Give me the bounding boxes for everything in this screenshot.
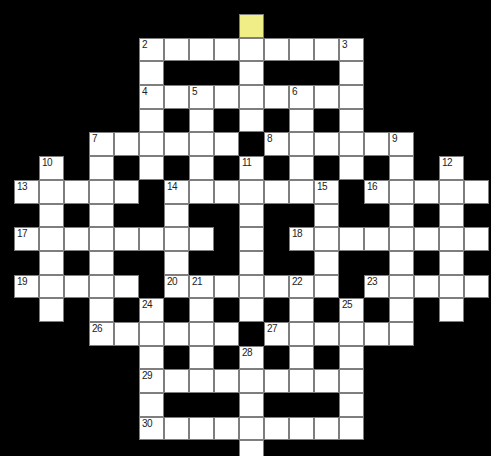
clue-number-9: 9 xyxy=(392,133,397,145)
cell-r4c11[interactable] xyxy=(289,109,314,133)
cell-r0c5 xyxy=(139,14,164,38)
cell-r3c13[interactable] xyxy=(339,85,364,109)
cell-r15c17 xyxy=(439,369,464,393)
cell-r16c14 xyxy=(364,393,389,417)
cell-r17c11[interactable] xyxy=(289,417,314,441)
cell-r1c11[interactable] xyxy=(289,38,314,62)
cell-r8c17[interactable] xyxy=(439,204,464,228)
cell-r3c11[interactable]: 6 xyxy=(289,85,314,109)
cell-r7c8[interactable] xyxy=(214,180,239,204)
clue-number-25: 25 xyxy=(342,299,352,311)
cell-r16c17 xyxy=(439,393,464,417)
cell-r1c14 xyxy=(364,38,389,62)
cell-r9c16[interactable] xyxy=(414,227,439,251)
cell-r4c6 xyxy=(164,109,189,133)
cell-r8c3[interactable] xyxy=(89,204,114,228)
cell-r16c5[interactable] xyxy=(139,393,164,417)
cell-r4c5[interactable] xyxy=(139,109,164,133)
cell-r11c11[interactable]: 22 xyxy=(289,275,314,299)
cell-r16c13[interactable] xyxy=(339,393,364,417)
cell-r17c16 xyxy=(414,417,439,441)
cell-r16c10 xyxy=(264,393,289,417)
cell-r9c14[interactable] xyxy=(364,227,389,251)
cell-r9c2[interactable] xyxy=(64,227,89,251)
cell-r3c0 xyxy=(14,85,39,109)
cell-r13c4[interactable] xyxy=(114,322,139,346)
cell-r0c17 xyxy=(439,14,464,38)
cell-r11c15[interactable] xyxy=(389,275,414,299)
cell-r9c13[interactable] xyxy=(339,227,364,251)
cell-r6c12 xyxy=(314,156,339,180)
cell-r9c1[interactable] xyxy=(39,227,64,251)
cell-r1c10[interactable] xyxy=(264,38,289,62)
cell-r3c8[interactable] xyxy=(214,85,239,109)
clue-number-13: 13 xyxy=(17,181,27,193)
cell-r5c6[interactable] xyxy=(164,132,189,156)
cell-r3c1 xyxy=(39,85,64,109)
cell-r14c0 xyxy=(14,346,39,370)
cell-r13c5[interactable] xyxy=(139,322,164,346)
cell-r6c9[interactable]: 11 xyxy=(239,156,264,180)
cell-r12c7[interactable] xyxy=(189,298,214,322)
cell-r12c9[interactable] xyxy=(239,298,264,322)
cell-r9c11[interactable]: 18 xyxy=(289,227,314,251)
cell-r6c17[interactable]: 12 xyxy=(439,156,464,180)
cell-r4c12 xyxy=(314,109,339,133)
cell-r5c10[interactable]: 8 xyxy=(264,132,289,156)
cell-r9c9[interactable] xyxy=(239,227,264,251)
cell-r7c4[interactable] xyxy=(114,180,139,204)
cell-r7c16[interactable] xyxy=(414,180,439,204)
cell-r1c6[interactable] xyxy=(164,38,189,62)
cell-r6c3[interactable] xyxy=(89,156,114,180)
cell-r18c7 xyxy=(189,440,214,456)
cell-r18c4 xyxy=(114,440,139,456)
cell-r10c6[interactable] xyxy=(164,251,189,275)
cell-r10c15[interactable] xyxy=(389,251,414,275)
cell-r7c2[interactable] xyxy=(64,180,89,204)
cell-r9c0[interactable]: 17 xyxy=(14,227,39,251)
cell-r2c8 xyxy=(214,61,239,85)
cell-r11c9[interactable] xyxy=(239,275,264,299)
cell-r15c7[interactable] xyxy=(189,369,214,393)
cell-r13c13[interactable] xyxy=(339,322,364,346)
cell-r8c10 xyxy=(264,204,289,228)
cell-r18c0 xyxy=(14,440,39,456)
cell-r1c13[interactable]: 3 xyxy=(339,38,364,62)
cell-r13c14[interactable] xyxy=(364,322,389,346)
cell-r1c2 xyxy=(64,38,89,62)
cell-r10c12[interactable] xyxy=(314,251,339,275)
cell-r5c12[interactable] xyxy=(314,132,339,156)
cell-r7c0[interactable]: 13 xyxy=(14,180,39,204)
cell-r2c11 xyxy=(289,61,314,85)
cell-r18c9[interactable] xyxy=(239,440,264,456)
cell-r15c12[interactable] xyxy=(314,369,339,393)
cell-r5c0 xyxy=(14,132,39,156)
cell-r8c4 xyxy=(114,204,139,228)
cell-r6c10 xyxy=(264,156,289,180)
cell-r16c9[interactable] xyxy=(239,393,264,417)
cell-r17c5[interactable]: 30 xyxy=(139,417,164,441)
cell-r14c15 xyxy=(389,346,414,370)
cell-r5c8[interactable] xyxy=(214,132,239,156)
cell-r0c16 xyxy=(414,14,439,38)
cell-r14c5[interactable] xyxy=(139,346,164,370)
cell-r18c18 xyxy=(464,440,489,456)
cell-r7c3[interactable] xyxy=(89,180,114,204)
cell-r3c9[interactable] xyxy=(239,85,264,109)
cell-r2c9[interactable] xyxy=(239,61,264,85)
cell-r11c2[interactable] xyxy=(64,275,89,299)
cell-r14c18 xyxy=(464,346,489,370)
cell-r3c4 xyxy=(114,85,139,109)
cell-r17c4 xyxy=(114,417,139,441)
cell-r9c7[interactable] xyxy=(189,227,214,251)
cell-r17c6[interactable] xyxy=(164,417,189,441)
cell-r7c6[interactable]: 14 xyxy=(164,180,189,204)
cell-r11c0[interactable]: 19 xyxy=(14,275,39,299)
clue-number-7: 7 xyxy=(92,133,97,145)
cell-r11c18[interactable] xyxy=(464,275,489,299)
cell-r9c18[interactable] xyxy=(464,227,489,251)
cell-r14c4 xyxy=(114,346,139,370)
cell-r17c0 xyxy=(14,417,39,441)
cell-r17c14 xyxy=(364,417,389,441)
cell-r6c13[interactable] xyxy=(339,156,364,180)
cell-r0c11 xyxy=(289,14,314,38)
cell-r15c8[interactable] xyxy=(214,369,239,393)
cell-r5c9 xyxy=(239,132,264,156)
cell-r1c0 xyxy=(14,38,39,62)
cell-r14c2 xyxy=(64,346,89,370)
cell-r3c17 xyxy=(439,85,464,109)
cell-r12c18 xyxy=(464,298,489,322)
cell-r6c14 xyxy=(364,156,389,180)
cell-r11c4[interactable] xyxy=(114,275,139,299)
cell-r7c10[interactable] xyxy=(264,180,289,204)
cell-r14c17 xyxy=(439,346,464,370)
cell-r17c10[interactable] xyxy=(264,417,289,441)
clue-number-22: 22 xyxy=(292,276,302,288)
cell-r3c7[interactable]: 5 xyxy=(189,85,214,109)
cell-r15c4 xyxy=(114,369,139,393)
cell-r9c15[interactable] xyxy=(389,227,414,251)
cell-r16c18 xyxy=(464,393,489,417)
cell-r5c3[interactable]: 7 xyxy=(89,132,114,156)
cell-r17c3 xyxy=(89,417,114,441)
cell-r17c7[interactable] xyxy=(189,417,214,441)
cell-r9c4[interactable] xyxy=(114,227,139,251)
cell-r11c14[interactable]: 23 xyxy=(364,275,389,299)
cell-r3c6[interactable] xyxy=(164,85,189,109)
cell-r1c4 xyxy=(114,38,139,62)
clue-number-2: 2 xyxy=(142,39,147,51)
cell-r13c8[interactable] xyxy=(214,322,239,346)
cell-r5c7[interactable] xyxy=(189,132,214,156)
cell-r10c10 xyxy=(264,251,289,275)
cell-r1c9[interactable] xyxy=(239,38,264,62)
cell-r16c11 xyxy=(289,393,314,417)
cell-r8c14 xyxy=(364,204,389,228)
cell-r8c2 xyxy=(64,204,89,228)
cell-r10c2 xyxy=(64,251,89,275)
cell-r8c1[interactable] xyxy=(39,204,64,228)
cell-r18c2 xyxy=(64,440,89,456)
cell-r13c3[interactable]: 26 xyxy=(89,322,114,346)
cell-r0c6 xyxy=(164,14,189,38)
cell-r1c17 xyxy=(439,38,464,62)
cell-r9c3[interactable] xyxy=(89,227,114,251)
clue-number-29: 29 xyxy=(142,370,152,382)
cell-r4c8 xyxy=(214,109,239,133)
cell-r8c6[interactable] xyxy=(164,204,189,228)
cell-r9c12[interactable] xyxy=(314,227,339,251)
cell-r11c10[interactable] xyxy=(264,275,289,299)
crossword-grid: 2345678910111213141516171819202122232425… xyxy=(14,14,489,456)
clue-number-19: 19 xyxy=(17,276,27,288)
cell-r13c11[interactable] xyxy=(289,322,314,346)
clue-number-5: 5 xyxy=(192,86,197,98)
cell-r12c5[interactable]: 24 xyxy=(139,298,164,322)
cell-r15c11[interactable] xyxy=(289,369,314,393)
cell-r1c5[interactable]: 2 xyxy=(139,38,164,62)
cell-r8c18 xyxy=(464,204,489,228)
cell-r2c14 xyxy=(364,61,389,85)
cell-r9c8 xyxy=(214,227,239,251)
clue-number-20: 20 xyxy=(167,276,177,288)
cell-r7c1[interactable] xyxy=(39,180,64,204)
cell-r15c3 xyxy=(89,369,114,393)
cell-r4c14 xyxy=(364,109,389,133)
cell-r4c13[interactable] xyxy=(339,109,364,133)
cell-r3c2 xyxy=(64,85,89,109)
cell-r11c8[interactable] xyxy=(214,275,239,299)
cell-r3c18 xyxy=(464,85,489,109)
cell-r3c12[interactable] xyxy=(314,85,339,109)
cell-r10c1[interactable] xyxy=(39,251,64,275)
cell-r10c17[interactable] xyxy=(439,251,464,275)
clue-number-27: 27 xyxy=(267,323,277,335)
cell-r6c1[interactable]: 10 xyxy=(39,156,64,180)
cell-r12c12 xyxy=(314,298,339,322)
cell-r17c2 xyxy=(64,417,89,441)
clue-number-3: 3 xyxy=(342,39,347,51)
cell-r13c12[interactable] xyxy=(314,322,339,346)
clue-number-14: 14 xyxy=(167,181,177,193)
cell-r3c15 xyxy=(389,85,414,109)
clue-number-16: 16 xyxy=(367,181,377,193)
cell-r7c18[interactable] xyxy=(464,180,489,204)
cell-r15c1 xyxy=(39,369,64,393)
cell-r11c17[interactable] xyxy=(439,275,464,299)
cell-r7c11[interactable] xyxy=(289,180,314,204)
cell-r4c4 xyxy=(114,109,139,133)
cell-r14c9[interactable]: 28 xyxy=(239,346,264,370)
cell-r17c12[interactable] xyxy=(314,417,339,441)
clue-number-28: 28 xyxy=(242,347,252,359)
cell-r5c15[interactable]: 9 xyxy=(389,132,414,156)
cell-r0c15 xyxy=(389,14,414,38)
cell-r4c10 xyxy=(264,109,289,133)
cell-r13c10[interactable]: 27 xyxy=(264,322,289,346)
cell-r11c7[interactable]: 21 xyxy=(189,275,214,299)
cell-r1c8[interactable] xyxy=(214,38,239,62)
cell-r13c17 xyxy=(439,322,464,346)
cell-r10c8 xyxy=(214,251,239,275)
cell-r8c13 xyxy=(339,204,364,228)
cell-r0c13 xyxy=(339,14,364,38)
clue-number-21: 21 xyxy=(192,276,202,288)
cell-r2c0 xyxy=(14,61,39,85)
cell-r12c1[interactable] xyxy=(39,298,64,322)
cell-r11c16[interactable] xyxy=(414,275,439,299)
cell-r11c1[interactable] xyxy=(39,275,64,299)
cell-r2c4 xyxy=(114,61,139,85)
cell-r5c4[interactable] xyxy=(114,132,139,156)
cell-r9c5[interactable] xyxy=(139,227,164,251)
cell-r12c3[interactable] xyxy=(89,298,114,322)
cell-r6c7[interactable] xyxy=(189,156,214,180)
cell-r6c11[interactable] xyxy=(289,156,314,180)
clue-number-24: 24 xyxy=(142,299,152,311)
cell-r4c0 xyxy=(14,109,39,133)
cell-r8c12[interactable] xyxy=(314,204,339,228)
cell-r0c8 xyxy=(214,14,239,38)
cell-r6c16 xyxy=(414,156,439,180)
cell-r5c13[interactable] xyxy=(339,132,364,156)
cell-r5c5[interactable] xyxy=(139,132,164,156)
cell-r4c1 xyxy=(39,109,64,133)
cell-r1c3 xyxy=(89,38,114,62)
cell-r10c7 xyxy=(189,251,214,275)
cell-r7c7[interactable] xyxy=(189,180,214,204)
cell-r6c15[interactable] xyxy=(389,156,414,180)
cell-r10c9[interactable] xyxy=(239,251,264,275)
cell-r0c7 xyxy=(189,14,214,38)
cell-r9c10 xyxy=(264,227,289,251)
cell-r2c6 xyxy=(164,61,189,85)
cell-r6c18 xyxy=(464,156,489,180)
cell-r14c12 xyxy=(314,346,339,370)
cell-r11c5 xyxy=(139,275,164,299)
cell-r4c18 xyxy=(464,109,489,133)
cell-r2c18 xyxy=(464,61,489,85)
cell-r12c15[interactable] xyxy=(389,298,414,322)
cell-r9c17[interactable] xyxy=(439,227,464,251)
cell-r1c7[interactable] xyxy=(189,38,214,62)
cell-r14c7[interactable] xyxy=(189,346,214,370)
cell-r12c13[interactable]: 25 xyxy=(339,298,364,322)
cell-r4c7[interactable] xyxy=(189,109,214,133)
cell-r18c1 xyxy=(39,440,64,456)
cell-r11c3[interactable] xyxy=(89,275,114,299)
cell-r8c15[interactable] xyxy=(389,204,414,228)
cell-r2c5[interactable] xyxy=(139,61,164,85)
cell-r17c13[interactable] xyxy=(339,417,364,441)
cell-r8c9[interactable] xyxy=(239,204,264,228)
cell-r10c13 xyxy=(339,251,364,275)
cell-r17c8[interactable] xyxy=(214,417,239,441)
cell-r7c5 xyxy=(139,180,164,204)
cell-r10c3[interactable] xyxy=(89,251,114,275)
cell-r12c17[interactable] xyxy=(439,298,464,322)
cell-r7c15[interactable] xyxy=(389,180,414,204)
cell-r15c6[interactable] xyxy=(164,369,189,393)
cell-r13c7[interactable] xyxy=(189,322,214,346)
cell-r15c14 xyxy=(364,369,389,393)
clue-number-17: 17 xyxy=(17,228,27,240)
cell-r14c13[interactable] xyxy=(339,346,364,370)
cell-r18c13 xyxy=(339,440,364,456)
cell-r9c6[interactable] xyxy=(164,227,189,251)
cell-r14c11[interactable] xyxy=(289,346,314,370)
cell-r3c10[interactable] xyxy=(264,85,289,109)
cell-r4c9[interactable] xyxy=(239,109,264,133)
cell-r15c9[interactable] xyxy=(239,369,264,393)
cell-r16c0 xyxy=(14,393,39,417)
cell-r4c3 xyxy=(89,109,114,133)
cell-r2c7 xyxy=(189,61,214,85)
cell-r10c4 xyxy=(114,251,139,275)
cell-r18c17 xyxy=(439,440,464,456)
cell-r18c16 xyxy=(414,440,439,456)
cell-r14c1 xyxy=(39,346,64,370)
cell-r13c15[interactable] xyxy=(389,322,414,346)
cell-r7c17[interactable] xyxy=(439,180,464,204)
cell-r1c12[interactable] xyxy=(314,38,339,62)
cell-r15c10[interactable] xyxy=(264,369,289,393)
cell-r15c16 xyxy=(414,369,439,393)
cell-r6c2 xyxy=(64,156,89,180)
cell-r6c5[interactable] xyxy=(139,156,164,180)
cell-r0c3 xyxy=(89,14,114,38)
cell-r11c6[interactable]: 20 xyxy=(164,275,189,299)
cell-r0c0 xyxy=(14,14,39,38)
cell-r7c14[interactable]: 16 xyxy=(364,180,389,204)
cell-r18c8 xyxy=(214,440,239,456)
cell-r5c11[interactable] xyxy=(289,132,314,156)
cell-r10c0 xyxy=(14,251,39,275)
cell-r10c18 xyxy=(464,251,489,275)
cell-r5c14[interactable] xyxy=(364,132,389,156)
cell-r7c9[interactable] xyxy=(239,180,264,204)
cell-r15c18 xyxy=(464,369,489,393)
cell-r3c3 xyxy=(89,85,114,109)
cell-r8c7 xyxy=(189,204,214,228)
cell-r7c12[interactable]: 15 xyxy=(314,180,339,204)
cell-r17c9[interactable] xyxy=(239,417,264,441)
cell-r0c18 xyxy=(464,14,489,38)
cell-r0c2 xyxy=(64,14,89,38)
cell-r14c3 xyxy=(89,346,114,370)
cell-r15c2 xyxy=(64,369,89,393)
cell-r16c12 xyxy=(314,393,339,417)
clue-number-4: 4 xyxy=(142,86,147,98)
cell-r12c6 xyxy=(164,298,189,322)
cell-r15c13[interactable] xyxy=(339,369,364,393)
highlighted-cell[interactable] xyxy=(239,14,264,38)
cell-r4c17 xyxy=(439,109,464,133)
cell-r2c13[interactable] xyxy=(339,61,364,85)
cell-r3c5[interactable]: 4 xyxy=(139,85,164,109)
cell-r10c5 xyxy=(139,251,164,275)
cell-r13c6[interactable] xyxy=(164,322,189,346)
cell-r15c5[interactable]: 29 xyxy=(139,369,164,393)
cell-r12c11[interactable] xyxy=(289,298,314,322)
cell-r11c12[interactable] xyxy=(314,275,339,299)
cell-r13c9 xyxy=(239,322,264,346)
